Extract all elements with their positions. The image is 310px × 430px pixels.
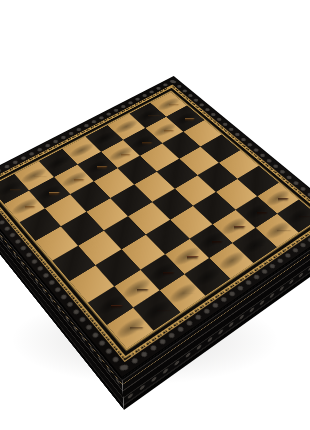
chess-set-photo: ♜♞♝♛♚♝♞♜♟♟♟♟♟♟♟♟♟♟♟♟♟♟♟♟♜♞♝♛♚♝♞♜	[0, 0, 310, 430]
chess-board-box: ♜♞♝♛♚♝♞♜♟♟♟♟♟♟♟♟♟♟♟♟♟♟♟♟♜♞♝♛♚♝♞♜	[0, 77, 310, 377]
black-rook-glyph: ♜	[111, 279, 149, 336]
perspective-scene: ♜♞♝♛♚♝♞♜♟♟♟♟♟♟♟♟♟♟♟♟♟♟♟♟♜♞♝♛♚♝♞♜	[0, 0, 310, 430]
